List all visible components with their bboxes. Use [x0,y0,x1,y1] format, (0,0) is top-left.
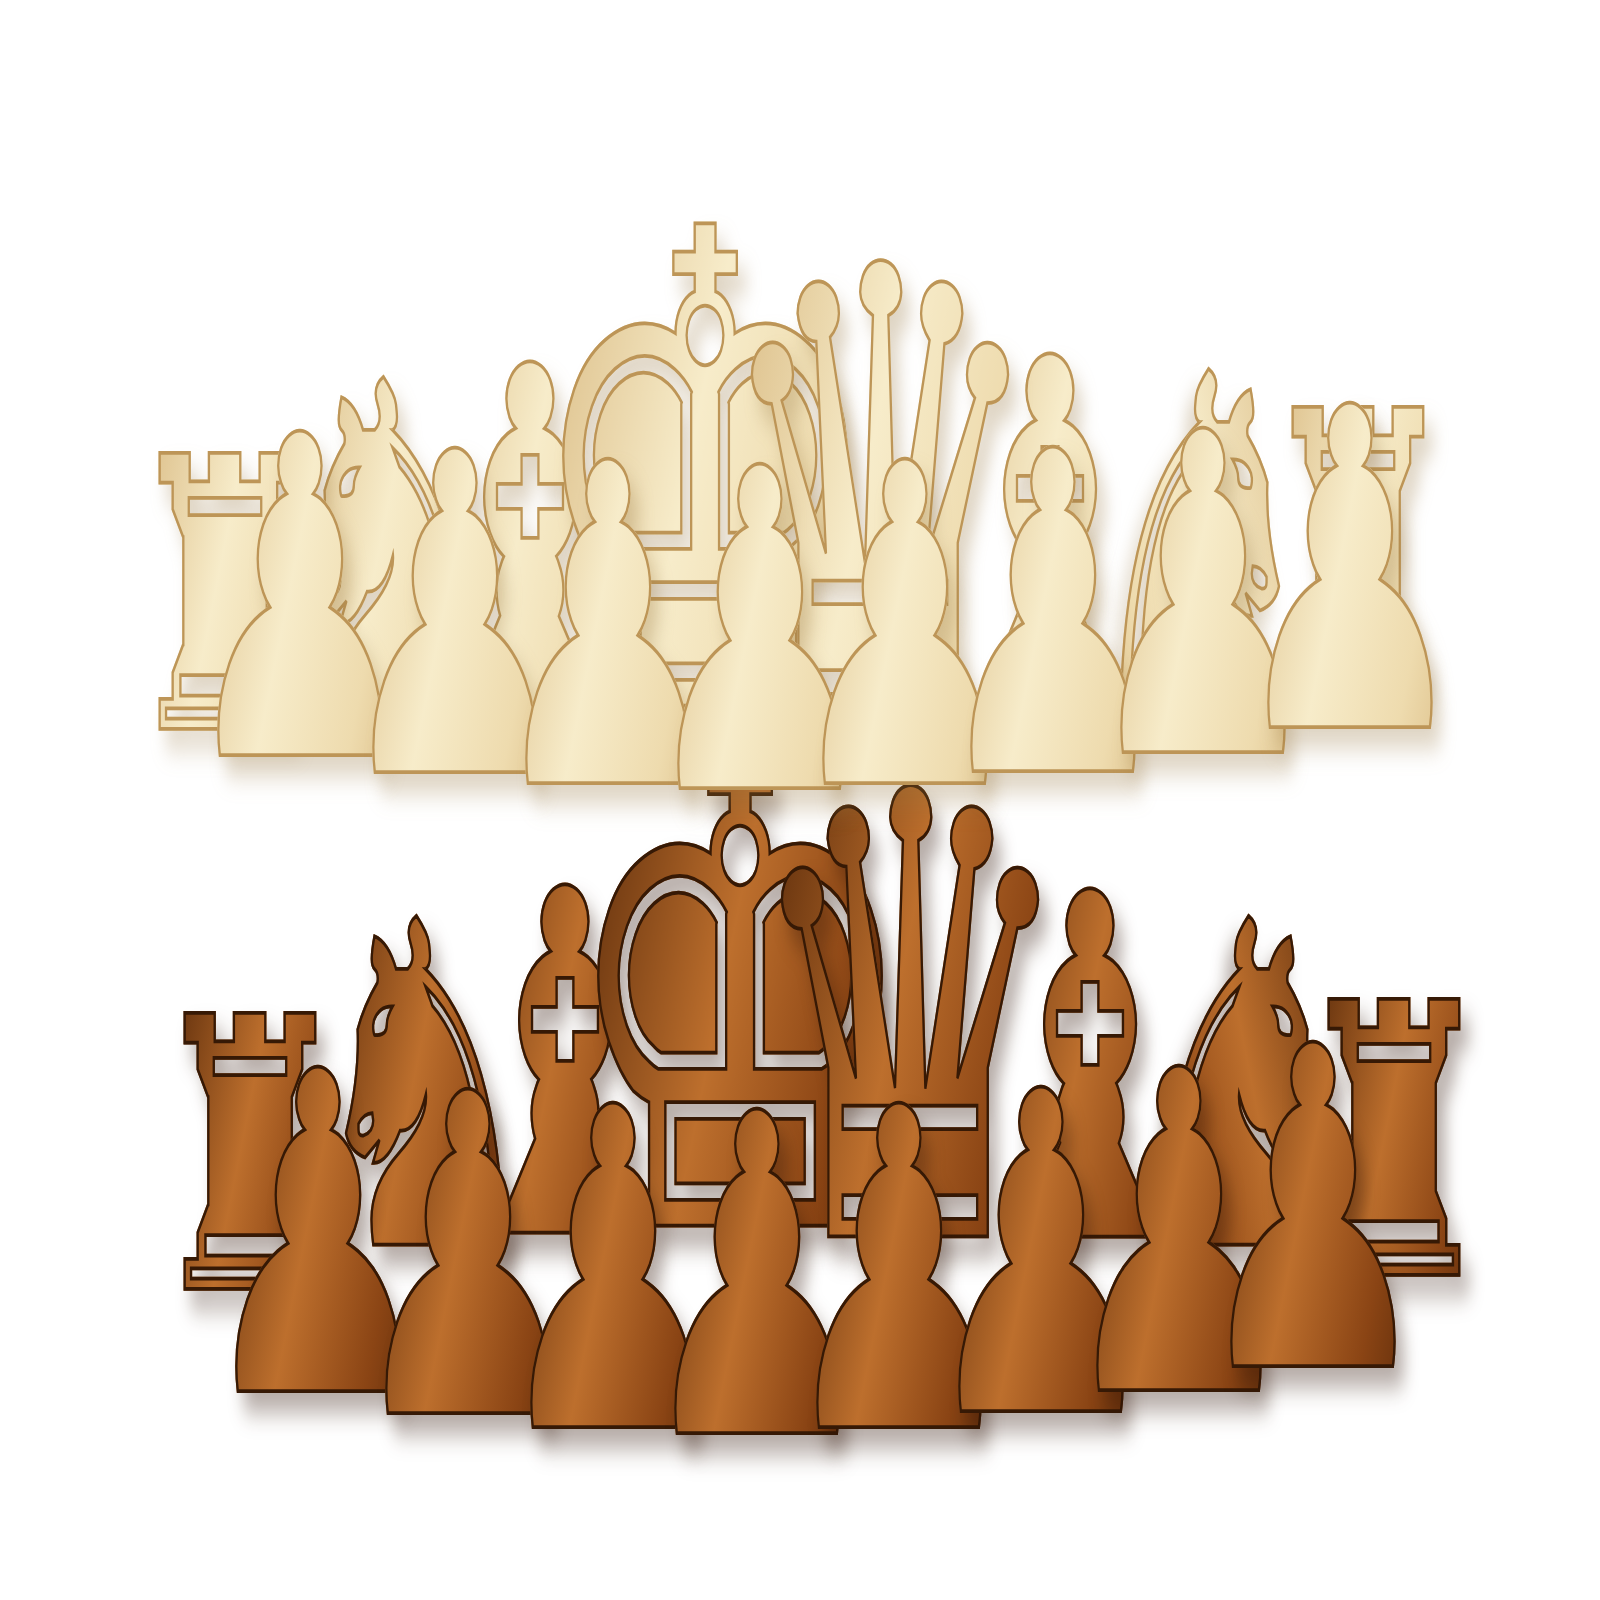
light-pawn-piece-8: ♟ [1228,370,1472,778]
chess-sets-photo: ♜♞♝♚♛♝♞♜♟♟♟♟♟♟♟♟ ♜♞♝♚♛♝♞♜♟♟♟♟♟♟♟♟ [0,0,1600,1600]
dark-pawn-piece-8: ♟ [1191,1009,1435,1417]
